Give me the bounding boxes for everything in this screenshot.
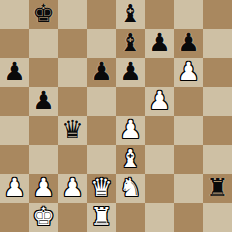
square-d2[interactable]: ♛ [87,174,116,203]
square-a7[interactable] [0,29,29,58]
square-a4[interactable] [0,116,29,145]
square-f4[interactable] [145,116,174,145]
black-pawn[interactable]: ♟ [32,87,54,115]
square-a5[interactable] [0,87,29,116]
square-a6[interactable]: ♟ [0,58,29,87]
white-pawn[interactable]: ♟ [3,174,25,202]
square-a8[interactable] [0,0,29,29]
square-f2[interactable] [145,174,174,203]
white-pawn[interactable]: ♟ [177,58,199,86]
square-b6[interactable] [29,58,58,87]
square-a2[interactable]: ♟ [0,174,29,203]
black-rook[interactable]: ♜ [206,174,228,202]
square-g5[interactable] [174,87,203,116]
square-c5[interactable] [58,87,87,116]
square-g1[interactable] [174,203,203,232]
square-f6[interactable] [145,58,174,87]
square-h1[interactable] [203,203,232,232]
black-king[interactable]: ♚ [32,0,54,28]
square-d3[interactable] [87,145,116,174]
square-b3[interactable] [29,145,58,174]
square-b2[interactable]: ♟ [29,174,58,203]
square-b5[interactable]: ♟ [29,87,58,116]
black-pawn[interactable]: ♟ [90,58,112,86]
white-pawn[interactable]: ♟ [148,87,170,115]
square-e2[interactable]: ♞ [116,174,145,203]
square-g4[interactable] [174,116,203,145]
square-d6[interactable]: ♟ [87,58,116,87]
square-e1[interactable] [116,203,145,232]
square-c2[interactable]: ♟ [58,174,87,203]
square-d5[interactable] [87,87,116,116]
square-h6[interactable] [203,58,232,87]
square-d1[interactable]: ♜ [87,203,116,232]
square-e5[interactable] [116,87,145,116]
white-pawn[interactable]: ♟ [32,174,54,202]
square-h7[interactable] [203,29,232,58]
black-queen[interactable]: ♛ [61,116,83,144]
white-queen[interactable]: ♛ [90,174,112,202]
square-e8[interactable]: ♝ [116,0,145,29]
square-f8[interactable] [145,0,174,29]
square-c3[interactable] [58,145,87,174]
square-g2[interactable] [174,174,203,203]
square-c7[interactable] [58,29,87,58]
white-pawn[interactable]: ♟ [119,116,141,144]
square-f3[interactable] [145,145,174,174]
square-e6[interactable]: ♟ [116,58,145,87]
white-rook[interactable]: ♜ [90,203,112,231]
black-pawn[interactable]: ♟ [3,58,25,86]
white-knight[interactable]: ♞ [119,174,141,202]
square-h4[interactable] [203,116,232,145]
square-c1[interactable] [58,203,87,232]
square-b7[interactable] [29,29,58,58]
square-h5[interactable] [203,87,232,116]
square-g3[interactable] [174,145,203,174]
square-a3[interactable] [0,145,29,174]
square-a1[interactable] [0,203,29,232]
square-c6[interactable] [58,58,87,87]
black-pawn[interactable]: ♟ [119,58,141,86]
square-b1[interactable]: ♚ [29,203,58,232]
square-g6[interactable]: ♟ [174,58,203,87]
square-g8[interactable] [174,0,203,29]
square-d4[interactable] [87,116,116,145]
square-c4[interactable]: ♛ [58,116,87,145]
white-bishop[interactable]: ♝ [119,145,141,173]
chess-board: ♚♝♝♟♟♟♟♟♟♟♟♛♟♝♟♟♟♛♞♜♚♜ [0,0,232,232]
square-d8[interactable] [87,0,116,29]
square-e7[interactable]: ♝ [116,29,145,58]
black-bishop[interactable]: ♝ [119,0,141,28]
square-e3[interactable]: ♝ [116,145,145,174]
square-h3[interactable] [203,145,232,174]
black-pawn[interactable]: ♟ [177,29,199,57]
square-c8[interactable] [58,0,87,29]
square-b4[interactable] [29,116,58,145]
square-e4[interactable]: ♟ [116,116,145,145]
white-pawn[interactable]: ♟ [61,174,83,202]
square-h2[interactable]: ♜ [203,174,232,203]
square-h8[interactable] [203,0,232,29]
black-pawn[interactable]: ♟ [148,29,170,57]
black-bishop[interactable]: ♝ [119,29,141,57]
square-b8[interactable]: ♚ [29,0,58,29]
white-king[interactable]: ♚ [32,203,54,231]
square-d7[interactable] [87,29,116,58]
square-f1[interactable] [145,203,174,232]
square-f7[interactable]: ♟ [145,29,174,58]
square-g7[interactable]: ♟ [174,29,203,58]
square-f5[interactable]: ♟ [145,87,174,116]
